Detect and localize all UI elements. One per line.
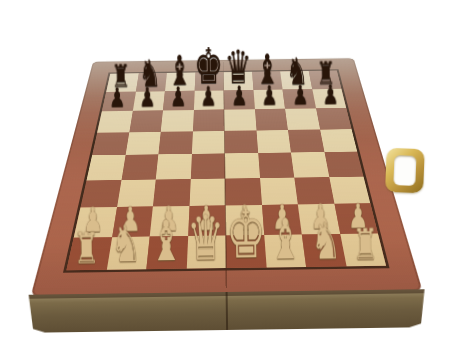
square-g8: ♞ xyxy=(280,71,312,89)
square-h8: ♜ xyxy=(308,71,341,89)
product-photo: ♜♞♝♚♛♝♞♜♟♟♟♟♟♟♟♟♟♟♟♟♟♟♟♟♜♞♝♛♚♝♞♜ xyxy=(0,0,450,357)
white-pawn: ♟ xyxy=(196,202,217,235)
square-d5 xyxy=(192,131,225,154)
black-bishop: ♝ xyxy=(255,50,280,89)
square-g7: ♟ xyxy=(283,89,316,109)
square-a6 xyxy=(97,111,132,133)
white-pawn: ♟ xyxy=(234,202,255,235)
square-c4 xyxy=(156,154,192,179)
square-e5 xyxy=(224,130,257,153)
chessboard-box-top: ♜♞♝♚♛♝♞♜♟♟♟♟♟♟♟♟♟♟♟♟♟♟♟♟♜♞♝♛♚♝♞♜ xyxy=(31,58,423,297)
white-pawn: ♟ xyxy=(82,204,103,237)
square-h5 xyxy=(320,129,358,152)
square-d8: ♚ xyxy=(194,72,223,90)
square-g6 xyxy=(285,108,320,129)
square-b5 xyxy=(125,132,161,155)
brass-clasp xyxy=(385,148,425,193)
square-b4 xyxy=(121,154,158,179)
square-f1: ♝ xyxy=(264,234,306,267)
square-c7: ♟ xyxy=(163,91,194,111)
square-g2: ♟ xyxy=(298,204,340,234)
photo-tilt-wrapper: ♜♞♝♚♛♝♞♜♟♟♟♟♟♟♟♟♟♟♟♟♟♟♟♟♜♞♝♛♚♝♞♜ xyxy=(0,0,450,357)
square-d2: ♟ xyxy=(188,205,226,235)
square-b8: ♞ xyxy=(136,73,167,91)
square-e8: ♛ xyxy=(224,72,254,90)
square-h4 xyxy=(324,152,363,177)
square-c5 xyxy=(158,131,192,154)
square-e1: ♚ xyxy=(226,235,266,268)
square-e7: ♟ xyxy=(224,90,255,110)
square-g1: ♞ xyxy=(302,234,346,267)
square-b6 xyxy=(129,110,163,131)
white-pawn: ♟ xyxy=(272,201,293,234)
square-a1: ♜ xyxy=(66,237,111,271)
square-f5 xyxy=(256,130,291,153)
square-a3 xyxy=(80,180,121,208)
square-b7: ♟ xyxy=(132,91,165,111)
square-f2: ♟ xyxy=(262,204,302,234)
square-g3 xyxy=(294,177,334,205)
black-knight: ♞ xyxy=(139,55,162,91)
box-front-side xyxy=(29,289,425,333)
square-c1: ♝ xyxy=(146,236,187,269)
square-e2: ♟ xyxy=(225,205,263,235)
square-a7: ♟ xyxy=(102,91,136,111)
square-c2: ♟ xyxy=(150,206,189,236)
square-c3 xyxy=(153,179,190,207)
square-c6 xyxy=(161,110,194,131)
square-h2: ♟ xyxy=(334,203,378,233)
white-pawn: ♟ xyxy=(120,203,141,236)
square-g5 xyxy=(288,129,324,152)
square-h7: ♟ xyxy=(312,89,346,109)
black-queen: ♛ xyxy=(224,46,252,90)
square-f6 xyxy=(255,109,288,130)
square-a8: ♜ xyxy=(106,73,138,91)
square-d3 xyxy=(189,178,225,206)
black-king: ♚ xyxy=(194,43,224,90)
white-pawn: ♟ xyxy=(158,203,179,236)
square-d1: ♛ xyxy=(186,235,226,268)
square-d6 xyxy=(193,110,225,131)
white-pawn: ♟ xyxy=(310,201,331,234)
square-a2: ♟ xyxy=(74,207,117,237)
square-f7: ♟ xyxy=(253,89,285,109)
square-f3 xyxy=(260,177,298,205)
square-h6 xyxy=(316,108,352,129)
square-f8: ♝ xyxy=(252,71,283,89)
square-b1: ♞ xyxy=(106,236,149,269)
black-knight: ♞ xyxy=(285,53,308,89)
square-c8: ♝ xyxy=(165,73,195,91)
square-h3 xyxy=(329,176,370,204)
square-d7: ♟ xyxy=(194,90,225,110)
square-b3 xyxy=(117,179,156,207)
black-rook: ♜ xyxy=(111,61,130,91)
square-e6 xyxy=(224,109,256,130)
black-rook: ♜ xyxy=(317,58,336,88)
square-f4 xyxy=(258,152,294,177)
square-a5 xyxy=(92,132,129,155)
square-a4 xyxy=(87,155,126,180)
square-e3 xyxy=(225,178,262,206)
black-bishop: ♝ xyxy=(167,51,192,90)
square-h1: ♜ xyxy=(340,233,386,266)
square-b2: ♟ xyxy=(112,206,153,236)
square-d4 xyxy=(190,153,225,178)
fold-seam-side xyxy=(226,292,229,330)
square-e4 xyxy=(225,153,260,178)
square-g4 xyxy=(291,152,329,177)
white-pawn: ♟ xyxy=(348,200,369,233)
brass-clasp-hole xyxy=(393,155,416,186)
